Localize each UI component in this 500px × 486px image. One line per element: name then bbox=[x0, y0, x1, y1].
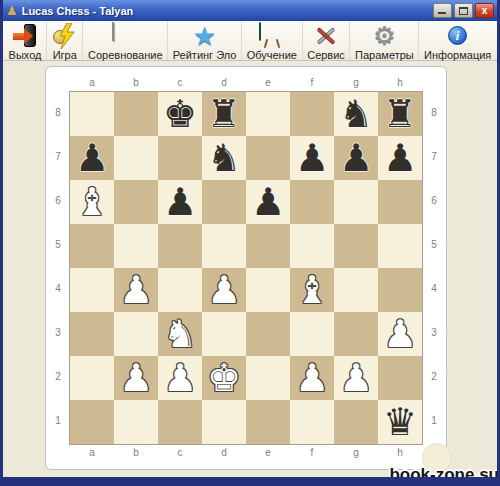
black-pawn-piece[interactable]: ♟ bbox=[75, 136, 109, 180]
square-e8[interactable] bbox=[246, 92, 290, 136]
file-label-g: g bbox=[334, 445, 378, 461]
checkered-flag-icon bbox=[112, 23, 138, 49]
square-c7[interactable] bbox=[158, 136, 202, 180]
square-d5[interactable] bbox=[202, 224, 246, 268]
file-label-e: e bbox=[246, 75, 290, 91]
toolbar-button-service[interactable]: Сервис bbox=[303, 21, 351, 60]
square-d4[interactable]: ♟ bbox=[202, 268, 246, 312]
rank-label-5: 5 bbox=[47, 223, 69, 267]
white-pawn-piece[interactable]: ♟ bbox=[119, 356, 153, 400]
file-label-f: f bbox=[290, 75, 334, 91]
white-pawn-piece[interactable]: ♟ bbox=[119, 268, 153, 312]
toolbar-button-elo-rating[interactable]: ★ Рейтинг Эло bbox=[168, 21, 242, 60]
square-b5[interactable] bbox=[114, 224, 158, 268]
square-h1[interactable]: ♛ bbox=[378, 400, 422, 444]
square-d8[interactable]: ♜ bbox=[202, 92, 246, 136]
white-pawn-piece[interactable]: ♟ bbox=[383, 312, 417, 356]
square-e2[interactable] bbox=[246, 356, 290, 400]
rank-label-7: 7 bbox=[47, 135, 69, 179]
square-b8[interactable] bbox=[114, 92, 158, 136]
ranks-left: 87654321 bbox=[47, 91, 69, 445]
file-label-f: f bbox=[290, 445, 334, 461]
rank-label-7: 7 bbox=[423, 135, 445, 179]
rank-label-3: 3 bbox=[47, 311, 69, 355]
pawn-icon: ♟ bbox=[6, 4, 18, 17]
square-d7[interactable]: ♞ bbox=[202, 136, 246, 180]
square-e3[interactable] bbox=[246, 312, 290, 356]
black-pawn-piece[interactable]: ♟ bbox=[383, 136, 417, 180]
rank-label-6: 6 bbox=[47, 179, 69, 223]
toolbar: Выход Игра Соревнование ★ Рейтинг Эло Об… bbox=[3, 21, 497, 61]
close-button[interactable]: x bbox=[475, 3, 494, 18]
board-panel: abcdefgh 87654321 ♚♜♞♜♟♞♟♟♟♝♟♟♟♟♝♞♟♟♟♚♟♟… bbox=[45, 66, 447, 470]
square-h7[interactable]: ♟ bbox=[378, 136, 422, 180]
file-label-g: g bbox=[334, 75, 378, 91]
square-f4[interactable]: ♝ bbox=[290, 268, 334, 312]
black-knight-piece[interactable]: ♞ bbox=[207, 136, 241, 180]
file-label-d: d bbox=[202, 445, 246, 461]
white-king-piece[interactable]: ♚ bbox=[207, 356, 241, 400]
file-label-e: e bbox=[246, 445, 290, 461]
white-pawn-piece[interactable]: ♟ bbox=[339, 356, 373, 400]
square-f5[interactable] bbox=[290, 224, 334, 268]
black-queen-piece[interactable]: ♛ bbox=[383, 400, 417, 444]
square-f3[interactable] bbox=[290, 312, 334, 356]
square-b2[interactable]: ♟ bbox=[114, 356, 158, 400]
square-a6[interactable]: ♝ bbox=[70, 180, 114, 224]
square-c5[interactable] bbox=[158, 224, 202, 268]
app-window: ♟ Lucas Chess - Talyan x Выход Игра bbox=[0, 0, 500, 486]
square-h4[interactable] bbox=[378, 268, 422, 312]
chess-board: ♚♜♞♜♟♞♟♟♟♝♟♟♟♟♝♞♟♟♟♚♟♟♛ bbox=[69, 91, 423, 445]
main-area: abcdefgh 87654321 ♚♜♞♜♟♞♟♟♟♝♟♟♟♟♝♞♟♟♟♚♟♟… bbox=[3, 61, 497, 477]
black-rook-piece[interactable]: ♜ bbox=[383, 92, 417, 136]
file-label-h: h bbox=[378, 75, 422, 91]
square-b3[interactable] bbox=[114, 312, 158, 356]
square-g5[interactable] bbox=[334, 224, 378, 268]
square-h2[interactable] bbox=[378, 356, 422, 400]
square-c2[interactable]: ♟ bbox=[158, 356, 202, 400]
square-b7[interactable] bbox=[114, 136, 158, 180]
exit-door-icon bbox=[12, 23, 38, 49]
rank-label-5: 5 bbox=[423, 223, 445, 267]
white-bishop-piece[interactable]: ♝ bbox=[75, 180, 109, 224]
square-d2[interactable]: ♚ bbox=[202, 356, 246, 400]
toolbar-button-training[interactable]: Обучение bbox=[242, 21, 303, 60]
window-title: Lucas Chess - Talyan bbox=[22, 5, 429, 17]
square-g3[interactable] bbox=[334, 312, 378, 356]
square-e1[interactable] bbox=[246, 400, 290, 444]
square-c6[interactable]: ♟ bbox=[158, 180, 202, 224]
files-top: abcdefgh bbox=[48, 75, 444, 91]
white-pawn-piece[interactable]: ♟ bbox=[163, 356, 197, 400]
file-label-b: b bbox=[114, 445, 158, 461]
file-label-d: d bbox=[202, 75, 246, 91]
black-king-piece[interactable]: ♚ bbox=[163, 92, 197, 136]
square-g1[interactable] bbox=[334, 400, 378, 444]
watermark-text: book-zone.su bbox=[389, 465, 499, 485]
square-e5[interactable] bbox=[246, 224, 290, 268]
black-pawn-piece[interactable]: ♟ bbox=[163, 180, 197, 224]
tools-icon bbox=[313, 23, 339, 49]
square-d1[interactable] bbox=[202, 400, 246, 444]
black-knight-piece[interactable]: ♞ bbox=[339, 92, 373, 136]
file-label-a: a bbox=[70, 75, 114, 91]
white-pawn-piece[interactable]: ♟ bbox=[295, 356, 329, 400]
square-h8[interactable]: ♜ bbox=[378, 92, 422, 136]
files-bottom: abcdefgh bbox=[48, 445, 444, 461]
square-e4[interactable] bbox=[246, 268, 290, 312]
rank-label-6: 6 bbox=[423, 179, 445, 223]
square-e7[interactable] bbox=[246, 136, 290, 180]
rank-label-1: 1 bbox=[47, 399, 69, 443]
square-g2[interactable]: ♟ bbox=[334, 356, 378, 400]
file-label-h: h bbox=[378, 445, 422, 461]
square-c4[interactable] bbox=[158, 268, 202, 312]
minimize-button[interactable] bbox=[433, 3, 452, 18]
toolbar-button-game[interactable]: Игра bbox=[47, 21, 83, 60]
square-a1[interactable] bbox=[70, 400, 114, 444]
square-h6[interactable] bbox=[378, 180, 422, 224]
star-icon: ★ bbox=[192, 23, 218, 49]
square-g6[interactable] bbox=[334, 180, 378, 224]
square-f2[interactable]: ♟ bbox=[290, 356, 334, 400]
square-a4[interactable] bbox=[70, 268, 114, 312]
square-c1[interactable] bbox=[158, 400, 202, 444]
square-f7[interactable]: ♟ bbox=[290, 136, 334, 180]
square-f6[interactable] bbox=[290, 180, 334, 224]
rank-label-3: 3 bbox=[423, 311, 445, 355]
black-pawn-piece[interactable]: ♟ bbox=[251, 180, 285, 224]
square-a3[interactable] bbox=[70, 312, 114, 356]
toolbar-button-exit[interactable]: Выход bbox=[4, 21, 47, 60]
black-pawn-piece[interactable]: ♟ bbox=[295, 136, 329, 180]
square-e6[interactable]: ♟ bbox=[246, 180, 290, 224]
file-label-c: c bbox=[158, 75, 202, 91]
square-a7[interactable]: ♟ bbox=[70, 136, 114, 180]
black-rook-piece[interactable]: ♜ bbox=[207, 92, 241, 136]
ranks-right: 87654321 bbox=[423, 91, 445, 445]
toolbar-button-competition[interactable]: Соревнование bbox=[83, 21, 168, 60]
rank-label-1: 1 bbox=[423, 399, 445, 443]
white-bishop-piece[interactable]: ♝ bbox=[295, 268, 329, 312]
square-a5[interactable] bbox=[70, 224, 114, 268]
square-b4[interactable]: ♟ bbox=[114, 268, 158, 312]
white-knight-piece[interactable]: ♞ bbox=[163, 312, 197, 356]
square-g8[interactable]: ♞ bbox=[334, 92, 378, 136]
toolbar-button-information[interactable]: i Информация bbox=[419, 21, 496, 60]
square-f1[interactable] bbox=[290, 400, 334, 444]
black-pawn-piece[interactable]: ♟ bbox=[339, 136, 373, 180]
gear-icon: ⚙ bbox=[371, 23, 397, 49]
file-label-b: b bbox=[114, 75, 158, 91]
rank-label-2: 2 bbox=[423, 355, 445, 399]
lightning-coin-icon bbox=[52, 23, 78, 49]
square-b6[interactable] bbox=[114, 180, 158, 224]
info-icon: i bbox=[445, 23, 471, 49]
chalkboard-icon bbox=[259, 23, 285, 49]
rank-label-4: 4 bbox=[47, 267, 69, 311]
square-h3[interactable]: ♟ bbox=[378, 312, 422, 356]
maximize-button[interactable] bbox=[454, 3, 473, 18]
rank-label-8: 8 bbox=[47, 91, 69, 135]
square-d3[interactable] bbox=[202, 312, 246, 356]
square-g4[interactable] bbox=[334, 268, 378, 312]
rank-label-8: 8 bbox=[423, 91, 445, 135]
maximize-icon bbox=[459, 7, 468, 15]
square-a2[interactable] bbox=[70, 356, 114, 400]
square-h5[interactable] bbox=[378, 224, 422, 268]
title-bar[interactable]: ♟ Lucas Chess - Talyan x bbox=[3, 0, 497, 21]
white-pawn-piece[interactable]: ♟ bbox=[207, 268, 241, 312]
toolbar-button-parameters[interactable]: ⚙ Параметры bbox=[350, 21, 419, 60]
square-g7[interactable]: ♟ bbox=[334, 136, 378, 180]
square-b1[interactable] bbox=[114, 400, 158, 444]
square-d6[interactable] bbox=[202, 180, 246, 224]
minimize-icon bbox=[438, 12, 446, 14]
square-a8[interactable] bbox=[70, 92, 114, 136]
rank-label-4: 4 bbox=[423, 267, 445, 311]
file-label-a: a bbox=[70, 445, 114, 461]
rank-label-2: 2 bbox=[47, 355, 69, 399]
square-c3[interactable]: ♞ bbox=[158, 312, 202, 356]
file-label-c: c bbox=[158, 445, 202, 461]
square-f8[interactable] bbox=[290, 92, 334, 136]
square-c8[interactable]: ♚ bbox=[158, 92, 202, 136]
